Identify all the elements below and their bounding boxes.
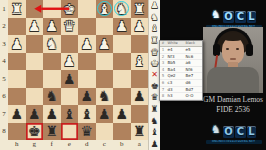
piece-bP-g7[interactable]: ♟: [26, 105, 44, 123]
square-c2[interactable]: [96, 18, 114, 36]
square-g1[interactable]: [26, 0, 44, 18]
square-f3[interactable]: ♞: [43, 35, 61, 53]
square-a5[interactable]: [131, 70, 149, 88]
headphone-cup-right: [246, 44, 253, 56]
rank-label-5: 5: [0, 70, 8, 88]
square-h3[interactable]: ♟: [8, 35, 26, 53]
white-move[interactable]: c3: [166, 80, 184, 86]
move-row-4[interactable]: 4Ba4Nf6: [160, 67, 202, 74]
square-h1[interactable]: ♜: [8, 0, 26, 18]
piece-wP-d3[interactable]: ♟: [78, 35, 96, 53]
file-label-c: c: [96, 140, 114, 150]
move-row-3[interactable]: 3Bb5a6: [160, 60, 202, 67]
black-move[interactable]: O-O: [184, 93, 202, 99]
square-d4[interactable]: [78, 53, 96, 71]
move-row-6[interactable]: 6c3d6: [160, 80, 202, 87]
file-label-d: d: [78, 140, 96, 150]
square-c6[interactable]: ♞: [96, 88, 114, 106]
black-move[interactable]: Nf6: [184, 67, 202, 73]
square-g8[interactable]: ♚: [26, 123, 44, 141]
square-e8[interactable]: [61, 123, 79, 141]
square-e5[interactable]: ♟: [61, 70, 79, 88]
logo-letter-C: C: [235, 126, 245, 138]
move-list-header-black: Black: [184, 41, 202, 46]
rank-label-1: 1: [0, 0, 8, 18]
move-row-1[interactable]: 1e4e5: [160, 47, 202, 54]
rank-label-7: 7: [0, 105, 8, 123]
square-d5[interactable]: [78, 70, 96, 88]
move-list-panel[interactable]: #WhiteBlack1e4e52Nf3Nc63Bb5a64Ba4Nf65Qe2…: [159, 40, 203, 101]
square-f2[interactable]: ♟: [43, 18, 61, 36]
square-c4[interactable]: [96, 53, 114, 71]
palette-bR-icon[interactable]: ♜: [150, 105, 158, 114]
rank-label-6: 6: [0, 88, 8, 106]
piece-bQ-d8[interactable]: ♛: [78, 123, 96, 141]
palette-bK-icon[interactable]: ♚: [150, 82, 158, 91]
piece-bP-b7[interactable]: ♟: [113, 105, 131, 123]
file-label-f: f: [43, 140, 61, 150]
move-list-header-white: White: [166, 41, 184, 46]
rank-label-2: 2: [0, 18, 8, 36]
square-g6[interactable]: [26, 88, 44, 106]
file-label-a: a: [131, 140, 149, 150]
piece-bP-e5[interactable]: ♟: [61, 70, 79, 88]
file-label-g: g: [26, 140, 44, 150]
knight-icon: ♞: [211, 124, 221, 136]
piece-wR-a1[interactable]: ♜: [131, 0, 149, 18]
square-h7[interactable]: ♟: [8, 105, 26, 123]
square-g5[interactable]: [26, 70, 44, 88]
piece-wP-a2[interactable]: ♟: [131, 18, 149, 36]
move-row-5[interactable]: 5Qe2Be7: [160, 73, 202, 80]
black-move[interactable]: Nc6: [184, 54, 202, 60]
brand-logo-bottom: ♞ OCL ONLINECHESSLESSONS.NET: [204, 120, 263, 144]
logo-letter-L: L: [247, 126, 256, 138]
white-move[interactable]: e4: [166, 47, 184, 53]
white-move[interactable]: d3: [166, 87, 184, 93]
square-c8[interactable]: [96, 123, 114, 141]
piece-bN-f6[interactable]: ♞: [43, 88, 61, 106]
logo-letter-C: C: [235, 11, 245, 23]
piece-wP-f2[interactable]: ♟: [43, 18, 61, 36]
square-h4[interactable]: [8, 53, 26, 71]
square-b8[interactable]: [113, 123, 131, 141]
square-a2[interactable]: ♟: [131, 18, 149, 36]
square-e7[interactable]: ♝: [61, 105, 79, 123]
square-c3[interactable]: ♟: [96, 35, 114, 53]
logo-letter-O: O: [223, 126, 235, 138]
black-move[interactable]: Bd7: [184, 87, 202, 93]
white-move[interactable]: Ba4: [166, 67, 184, 73]
piece-wP-c3[interactable]: ♟: [96, 35, 114, 53]
square-a4[interactable]: ♝: [131, 53, 149, 71]
square-b6[interactable]: [113, 88, 131, 106]
square-a1[interactable]: ♜: [131, 0, 149, 18]
presenter-rating: FIDE 2536: [193, 105, 266, 115]
presenter-caption: GM Damian Lemos FIDE 2536: [193, 95, 266, 114]
black-move[interactable]: e5: [184, 47, 202, 53]
piece-wR-h1[interactable]: ♜: [8, 0, 26, 18]
square-b3[interactable]: [113, 35, 131, 53]
square-f6[interactable]: ♞: [43, 88, 61, 106]
logo-text: OCL: [222, 120, 256, 139]
square-g4[interactable]: [26, 53, 44, 71]
palette-wK-icon[interactable]: ♚: [150, 59, 158, 68]
square-d1[interactable]: [78, 0, 96, 18]
presenter-shirt: [207, 67, 259, 93]
palette-wP-icon[interactable]: ♟: [150, 1, 158, 10]
square-h8[interactable]: [8, 123, 26, 141]
piece-wB-a4[interactable]: ♝: [131, 53, 149, 71]
logo-text: OCL: [222, 5, 256, 24]
piece-wQ-e2[interactable]: ♛: [61, 18, 79, 36]
chess-analysis-frame: 12345678 ♜♚♝♞♜♟♟♛♟♟♟♞♟♟♟♝♟♞♟♞♟♟♟♟♝♝♟♟♚♜♛…: [0, 0, 266, 150]
palette-bN-icon[interactable]: ♞: [150, 117, 158, 126]
square-d6[interactable]: ♟: [78, 88, 96, 106]
piece-bB-d7[interactable]: ♝: [78, 105, 96, 123]
palette-wN-icon[interactable]: ♞: [150, 13, 158, 22]
square-a7[interactable]: [131, 105, 149, 123]
presenter-name: GM Damian Lemos: [193, 95, 266, 105]
logo-tagline: ONLINECHESSLESSONS.NET: [206, 140, 262, 144]
square-b4[interactable]: [113, 53, 131, 71]
file-label-h: h: [8, 140, 26, 150]
move-row-2[interactable]: 2Nf3Nc6: [160, 54, 202, 61]
rank-label-3: 3: [0, 35, 8, 53]
square-e1[interactable]: ♚: [61, 0, 79, 18]
square-e2[interactable]: ♛: [61, 18, 79, 36]
piece-wP-b2[interactable]: ♟: [113, 18, 131, 36]
square-d2[interactable]: [78, 18, 96, 36]
black-move[interactable]: a6: [184, 60, 202, 66]
square-f4[interactable]: [43, 53, 61, 71]
square-d3[interactable]: ♟: [78, 35, 96, 53]
square-a8[interactable]: ♜: [131, 123, 149, 141]
black-move[interactable]: Be7: [184, 73, 202, 79]
palette-bB-icon[interactable]: ♝: [150, 128, 158, 137]
square-g7[interactable]: ♟: [26, 105, 44, 123]
knight-icon: ♞: [211, 9, 221, 21]
logo-letter-O: O: [223, 11, 235, 23]
white-move[interactable]: h3: [166, 93, 184, 99]
white-move[interactable]: Qe2: [166, 73, 184, 79]
square-e6[interactable]: [61, 88, 79, 106]
square-f7[interactable]: ♟: [43, 105, 61, 123]
piece-bK-g8[interactable]: ♚: [26, 123, 44, 141]
circle-annotation-c1: [97, 1, 112, 16]
square-f5[interactable]: [43, 70, 61, 88]
piece-bP-a6[interactable]: ♟: [131, 88, 149, 106]
square-d8[interactable]: ♛: [78, 123, 96, 141]
file-label-b: b: [113, 140, 131, 150]
square-c5[interactable]: [96, 70, 114, 88]
palette-wR-icon[interactable]: ♜: [150, 36, 158, 45]
square-h6[interactable]: [8, 88, 26, 106]
palette-bP-icon[interactable]: ♟: [150, 140, 158, 149]
square-b2[interactable]: ♟: [113, 18, 131, 36]
piece-bB-e7[interactable]: ♝: [61, 105, 79, 123]
piece-wK-e1[interactable]: ♚: [61, 0, 79, 18]
chess-board[interactable]: ♜♚♝♞♜♟♟♛♟♟♟♞♟♟♟♝♟♞♟♞♟♟♟♟♝♝♟♟♚♜♛♜: [8, 0, 148, 140]
piece-bP-c7[interactable]: ♟: [96, 105, 114, 123]
rank-label-8: 8: [0, 123, 8, 141]
square-a3[interactable]: [131, 35, 149, 53]
black-move[interactable]: d6: [184, 80, 202, 86]
square-c1[interactable]: ♝: [96, 0, 114, 18]
rank-label-4: 4: [0, 53, 8, 71]
square-f8[interactable]: ♜: [43, 123, 61, 141]
brand-logo-top: ♞ OCL ONLINECHESSLESSONS.NET: [204, 5, 263, 29]
square-f1[interactable]: [43, 0, 61, 18]
piece-wP-h3[interactable]: ♟: [8, 35, 26, 53]
board-area: 12345678 ♜♚♝♞♜♟♟♛♟♟♟♞♟♟♟♝♟♞♟♞♟♟♟♟♝♝♟♟♚♜♛…: [0, 0, 148, 150]
piece-bP-h7[interactable]: ♟: [8, 105, 26, 123]
white-move[interactable]: Nf3: [166, 54, 184, 60]
webcam-feed: [203, 27, 263, 93]
square-e4[interactable]: ♟: [61, 53, 79, 71]
white-move[interactable]: Bb5: [166, 60, 184, 66]
piece-bN-c6[interactable]: ♞: [96, 88, 114, 106]
square-a6[interactable]: ♟: [131, 88, 149, 106]
piece-wP-g2[interactable]: ♟: [26, 18, 44, 36]
piece-wP-e4[interactable]: ♟: [61, 53, 79, 71]
file-labels: hgfedcba: [8, 140, 148, 150]
square-h5[interactable]: [8, 70, 26, 88]
clear-x-icon[interactable]: ✕: [151, 71, 158, 79]
piece-bP-f7[interactable]: ♟: [43, 105, 61, 123]
piece-wN-f3[interactable]: ♞: [43, 35, 61, 53]
piece-bR-a8[interactable]: ♜: [131, 123, 149, 141]
palette-wQ-icon[interactable]: ♛: [150, 48, 158, 57]
logo-letter-L: L: [247, 11, 256, 23]
piece-bP-d6[interactable]: ♟: [78, 88, 96, 106]
piece-bR-f8[interactable]: ♜: [43, 123, 61, 141]
move-row-8[interactable]: 8h3O-O: [160, 93, 202, 100]
square-e3[interactable]: [61, 35, 79, 53]
palette-bQ-icon[interactable]: ♛: [150, 93, 158, 102]
file-label-e: e: [61, 140, 79, 150]
move-row-7[interactable]: 7d3Bd7: [160, 87, 202, 94]
square-c7[interactable]: ♟: [96, 105, 114, 123]
rank-labels: 12345678: [0, 0, 8, 140]
square-d7[interactable]: ♝: [78, 105, 96, 123]
square-g2[interactable]: ♟: [26, 18, 44, 36]
square-b5[interactable]: [113, 70, 131, 88]
square-g3[interactable]: [26, 35, 44, 53]
square-h2[interactable]: [8, 18, 26, 36]
palette-wB-icon[interactable]: ♝: [150, 24, 158, 33]
square-b1[interactable]: ♞: [113, 0, 131, 18]
square-b7[interactable]: ♟: [113, 105, 131, 123]
